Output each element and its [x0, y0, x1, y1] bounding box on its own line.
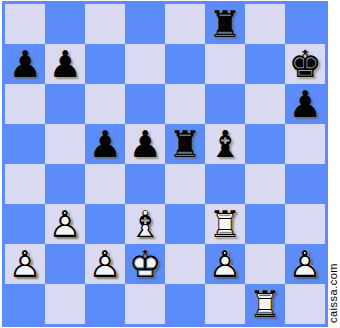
square-b5[interactable]	[45, 124, 85, 164]
square-g7[interactable]	[245, 44, 285, 84]
square-a8[interactable]	[5, 4, 45, 44]
square-b7[interactable]: ♟	[45, 44, 85, 84]
square-e5[interactable]: ♜	[165, 124, 205, 164]
square-e6[interactable]	[165, 84, 205, 124]
white-rook: ♜	[205, 204, 245, 244]
square-g8[interactable]	[245, 4, 285, 44]
square-a1[interactable]	[5, 284, 45, 324]
black-pawn: ♟	[85, 124, 125, 164]
square-d2[interactable]: ♚♔	[125, 244, 165, 284]
black-pawn: ♟	[5, 44, 45, 84]
square-h3[interactable]	[285, 204, 325, 244]
white-pawn: ♟	[205, 244, 245, 284]
square-e4[interactable]	[165, 164, 205, 204]
white-pawn-outline: ♙	[205, 244, 245, 284]
white-bishop-outline: ♗	[125, 204, 165, 244]
square-f7[interactable]	[205, 44, 245, 84]
white-pawn: ♟	[5, 244, 45, 284]
square-g6[interactable]	[245, 84, 285, 124]
square-g2[interactable]	[245, 244, 285, 284]
square-d4[interactable]	[125, 164, 165, 204]
square-e3[interactable]	[165, 204, 205, 244]
square-b4[interactable]	[45, 164, 85, 204]
square-b6[interactable]	[45, 84, 85, 124]
square-d3[interactable]: ♝♗	[125, 204, 165, 244]
square-a3[interactable]	[5, 204, 45, 244]
square-f5[interactable]: ♝	[205, 124, 245, 164]
square-a4[interactable]	[5, 164, 45, 204]
square-h5[interactable]	[285, 124, 325, 164]
square-c1[interactable]	[85, 284, 125, 324]
square-e1[interactable]	[165, 284, 205, 324]
square-h4[interactable]	[285, 164, 325, 204]
watermark-caissa: caissa.com	[327, 263, 339, 323]
square-c5[interactable]: ♟	[85, 124, 125, 164]
square-a7[interactable]: ♟	[5, 44, 45, 84]
square-d1[interactable]	[125, 284, 165, 324]
white-pawn: ♟	[285, 244, 325, 284]
square-c7[interactable]	[85, 44, 125, 84]
square-f8[interactable]: ♜	[205, 4, 245, 44]
white-pawn: ♟	[85, 244, 125, 284]
white-pawn: ♟	[45, 204, 85, 244]
square-b1[interactable]	[45, 284, 85, 324]
square-g1[interactable]: ♜♖	[245, 284, 285, 324]
square-h7[interactable]: ♚	[285, 44, 325, 84]
black-rook: ♜	[165, 124, 205, 164]
square-f1[interactable]	[205, 284, 245, 324]
square-h1[interactable]	[285, 284, 325, 324]
square-d8[interactable]	[125, 4, 165, 44]
square-f2[interactable]: ♟♙	[205, 244, 245, 284]
black-king: ♚	[285, 44, 325, 84]
black-rook: ♜	[205, 4, 245, 44]
square-f4[interactable]	[205, 164, 245, 204]
square-d6[interactable]	[125, 84, 165, 124]
square-c8[interactable]	[85, 4, 125, 44]
chess-board-frame: ♜♟♟♚♟♟♟♜♝♟♙♝♗♜♖♟♙♟♙♚♔♟♙♟♙♜♖	[2, 1, 328, 327]
square-g5[interactable]	[245, 124, 285, 164]
square-f3[interactable]: ♜♖	[205, 204, 245, 244]
chess-board: ♜♟♟♚♟♟♟♜♝♟♙♝♗♜♖♟♙♟♙♚♔♟♙♟♙♜♖	[5, 4, 325, 324]
square-g3[interactable]	[245, 204, 285, 244]
square-a5[interactable]	[5, 124, 45, 164]
square-e8[interactable]	[165, 4, 205, 44]
black-bishop: ♝	[205, 124, 245, 164]
square-d5[interactable]: ♟	[125, 124, 165, 164]
square-f6[interactable]	[205, 84, 245, 124]
square-c6[interactable]	[85, 84, 125, 124]
square-c4[interactable]	[85, 164, 125, 204]
black-pawn: ♟	[125, 124, 165, 164]
white-rook-outline: ♖	[245, 284, 285, 324]
square-h2[interactable]: ♟♙	[285, 244, 325, 284]
square-e2[interactable]	[165, 244, 205, 284]
white-rook-outline: ♖	[205, 204, 245, 244]
white-king: ♚	[125, 244, 165, 284]
white-bishop: ♝	[125, 204, 165, 244]
white-pawn-outline: ♙	[85, 244, 125, 284]
square-c3[interactable]	[85, 204, 125, 244]
white-rook: ♜	[245, 284, 285, 324]
square-b3[interactable]: ♟♙	[45, 204, 85, 244]
square-c2[interactable]: ♟♙	[85, 244, 125, 284]
square-a2[interactable]: ♟♙	[5, 244, 45, 284]
white-king-outline: ♔	[125, 244, 165, 284]
white-pawn-outline: ♙	[45, 204, 85, 244]
square-e7[interactable]	[165, 44, 205, 84]
square-b2[interactable]	[45, 244, 85, 284]
square-a6[interactable]	[5, 84, 45, 124]
square-g4[interactable]	[245, 164, 285, 204]
square-b8[interactable]	[45, 4, 85, 44]
white-pawn-outline: ♙	[285, 244, 325, 284]
chess-diagram: ♜♟♟♚♟♟♟♜♝♟♙♝♗♜♖♟♙♟♙♚♔♟♙♟♙♜♖ caissa.com	[0, 0, 340, 328]
square-h8[interactable]	[285, 4, 325, 44]
white-pawn-outline: ♙	[5, 244, 45, 284]
square-d7[interactable]	[125, 44, 165, 84]
black-pawn: ♟	[285, 84, 325, 124]
black-pawn: ♟	[45, 44, 85, 84]
square-h6[interactable]: ♟	[285, 84, 325, 124]
